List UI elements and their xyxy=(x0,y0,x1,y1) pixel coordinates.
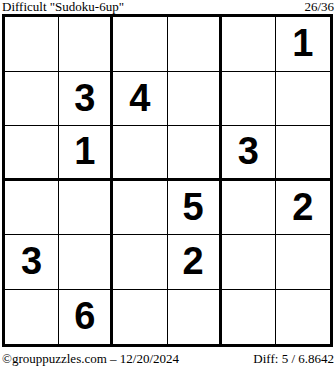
cell-r1c6: 1 xyxy=(276,17,330,72)
cell-r6c3[interactable] xyxy=(113,290,167,345)
cell-r1c4[interactable] xyxy=(168,17,222,72)
cell-r6c5[interactable] xyxy=(222,290,276,345)
cell-r3c2: 1 xyxy=(59,126,113,181)
cell-r2c2: 3 xyxy=(59,72,113,127)
cell-r4c4: 5 xyxy=(168,181,222,236)
cell-r1c1[interactable] xyxy=(5,17,59,72)
sudoku-board: 1 3 4 1 3 5 2 3 2 6 xyxy=(2,14,333,347)
cell-r6c6[interactable] xyxy=(276,290,330,345)
cell-r2c6[interactable] xyxy=(276,72,330,127)
cell-r6c2: 6 xyxy=(59,290,113,345)
cell-r3c6[interactable] xyxy=(276,126,330,181)
cell-r3c4[interactable] xyxy=(168,126,222,181)
cell-r5c4: 2 xyxy=(168,235,222,290)
cell-r1c2[interactable] xyxy=(59,17,113,72)
sudoku-page: Difficult "Sudoku-6up" 26/36 1 3 4 1 3 5… xyxy=(0,0,336,370)
cell-r4c1[interactable] xyxy=(5,181,59,236)
cell-r5c1: 3 xyxy=(5,235,59,290)
cell-r3c5: 3 xyxy=(222,126,276,181)
cell-r2c4[interactable] xyxy=(168,72,222,127)
cell-r2c3: 4 xyxy=(113,72,167,127)
puzzle-title: Difficult "Sudoku-6up" xyxy=(2,0,124,14)
cell-r6c1[interactable] xyxy=(5,290,59,345)
cell-r4c6: 2 xyxy=(276,181,330,236)
cell-r5c5[interactable] xyxy=(222,235,276,290)
cell-r4c2[interactable] xyxy=(59,181,113,236)
cell-r6c4[interactable] xyxy=(168,290,222,345)
cell-r5c3[interactable] xyxy=(113,235,167,290)
cell-r3c1[interactable] xyxy=(5,126,59,181)
cell-r4c3[interactable] xyxy=(113,181,167,236)
difficulty-rating: Diff: 5 / 6.8642 xyxy=(253,351,334,367)
cell-r3c3[interactable] xyxy=(113,126,167,181)
cell-r1c5[interactable] xyxy=(222,17,276,72)
cell-r2c5[interactable] xyxy=(222,72,276,127)
cell-r2c1[interactable] xyxy=(5,72,59,127)
cell-r5c2[interactable] xyxy=(59,235,113,290)
copyright-text: ©grouppuzzles.com – 12/20/2024 xyxy=(2,351,179,367)
cell-r4c5[interactable] xyxy=(222,181,276,236)
cell-r1c3[interactable] xyxy=(113,17,167,72)
cells-remaining-counter: 26/36 xyxy=(304,0,334,14)
cell-r5c6[interactable] xyxy=(276,235,330,290)
